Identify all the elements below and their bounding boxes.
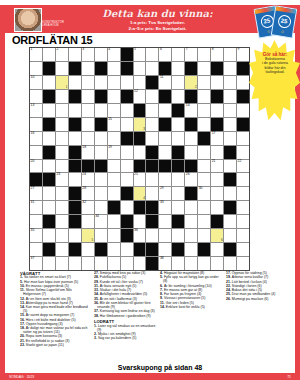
black-cell (198, 132, 210, 145)
white-cell[interactable] (198, 201, 210, 214)
white-cell[interactable]: 31 (30, 201, 42, 214)
white-cell[interactable] (108, 160, 120, 173)
black-cell (69, 187, 81, 200)
down-clues-part3: 17. Öppnas för vädring (5)19. Arbetar se… (226, 272, 290, 302)
white-cell[interactable] (108, 243, 120, 256)
white-cell[interactable] (95, 132, 107, 145)
clue-number: 32 (82, 201, 86, 205)
white-cell[interactable] (69, 48, 81, 61)
white-cell[interactable] (172, 173, 184, 186)
white-cell[interactable] (172, 76, 184, 89)
black-cell (69, 90, 81, 103)
white-cell[interactable] (211, 257, 223, 270)
white-cell[interactable] (211, 187, 223, 200)
clue-number: 18 (82, 146, 86, 150)
clue-number: 31 (31, 201, 35, 205)
white-cell[interactable]: 3 (82, 48, 94, 61)
white-cell[interactable] (198, 257, 210, 270)
white-cell[interactable]: 16 (30, 132, 42, 145)
white-cell[interactable] (237, 243, 249, 256)
clue-number: 21 (212, 160, 216, 164)
white-cell[interactable] (56, 215, 68, 228)
white-cell[interactable] (30, 146, 42, 159)
white-cell[interactable] (108, 215, 120, 228)
white-cell[interactable] (56, 146, 68, 159)
white-cell[interactable] (108, 187, 120, 200)
white-cell[interactable] (159, 146, 171, 159)
white-cell[interactable] (172, 62, 184, 75)
white-cell[interactable] (185, 146, 197, 159)
white-cell[interactable] (185, 132, 197, 145)
white-cell[interactable] (146, 187, 158, 200)
white-cell[interactable] (237, 146, 249, 159)
white-cell[interactable] (95, 146, 107, 159)
white-cell[interactable] (95, 201, 107, 214)
clue: 14. Enklare kost för enkla (5) (160, 306, 222, 310)
white-cell[interactable] (108, 132, 120, 145)
white-cell[interactable] (159, 132, 171, 145)
yellow-cell[interactable]: 2 (185, 76, 197, 89)
white-cell[interactable] (237, 215, 249, 228)
white-cell[interactable] (121, 173, 133, 186)
white-cell[interactable] (146, 90, 158, 103)
white-cell[interactable] (43, 257, 55, 270)
white-cell[interactable] (172, 257, 184, 270)
white-cell[interactable] (172, 132, 184, 145)
instructions-box: Gör så här: Bokstävernai de gula rutorna… (254, 52, 296, 75)
white-cell[interactable] (198, 173, 210, 186)
black-cell (224, 243, 236, 256)
white-cell[interactable]: 22 (237, 160, 249, 173)
white-cell[interactable] (95, 187, 107, 200)
white-cell[interactable] (237, 229, 249, 242)
clue-number: 10 (31, 76, 35, 80)
white-cell[interactable] (30, 243, 42, 256)
white-cell[interactable] (56, 132, 68, 145)
white-cell[interactable] (30, 118, 42, 131)
white-cell[interactable]: 17 (211, 132, 223, 145)
white-cell[interactable] (30, 90, 42, 103)
white-cell[interactable] (56, 160, 68, 173)
white-cell[interactable] (237, 76, 249, 89)
white-cell[interactable] (211, 173, 223, 186)
white-cell[interactable] (224, 90, 236, 103)
clue-number: 7 (186, 48, 188, 52)
clue: 38. Har filmkameror i garderoben (9) (94, 315, 156, 319)
white-cell[interactable]: 12 (134, 90, 146, 103)
white-cell[interactable] (108, 257, 120, 270)
white-cell[interactable] (159, 173, 171, 186)
white-cell[interactable] (43, 76, 55, 89)
white-cell[interactable] (56, 104, 68, 117)
white-cell[interactable] (185, 257, 197, 270)
clue-number: 8 (212, 48, 214, 52)
black-cell (172, 215, 184, 228)
white-cell[interactable]: 24 (82, 173, 94, 186)
black-cell (146, 243, 158, 256)
white-cell[interactable] (43, 132, 55, 145)
black-cell (121, 62, 133, 75)
clue-number: 15 (108, 118, 112, 122)
white-cell[interactable] (237, 104, 249, 117)
clue-number: 24 (82, 173, 86, 177)
black-cell (146, 215, 158, 228)
black-cell (211, 215, 223, 228)
white-cell[interactable] (159, 215, 171, 228)
black-cell (69, 243, 81, 256)
white-cell[interactable] (121, 201, 133, 214)
white-cell[interactable]: 23 (56, 173, 68, 186)
white-cell[interactable] (237, 132, 249, 145)
clue-number: 38 (160, 257, 164, 261)
white-cell[interactable] (121, 118, 133, 131)
clues-column-2: 27. Smörja med kniv på sidan (3)28. Fukt… (94, 272, 156, 366)
white-cell[interactable] (56, 201, 68, 214)
clue-number: 11 (160, 76, 164, 80)
black-cell (43, 173, 55, 186)
clue-number: 33 (160, 201, 164, 205)
white-cell[interactable]: 26 (185, 173, 197, 186)
white-cell[interactable] (198, 229, 210, 242)
white-cell[interactable] (146, 62, 158, 75)
white-cell[interactable] (69, 76, 81, 89)
white-cell[interactable] (198, 76, 210, 89)
page-number: 71 (287, 375, 291, 379)
white-cell[interactable] (211, 243, 223, 256)
page-bottom-bar (0, 373, 300, 380)
white-cell[interactable] (224, 118, 236, 131)
white-cell[interactable]: 38 (159, 257, 171, 270)
black-cell (69, 160, 81, 173)
white-cell[interactable] (82, 257, 94, 270)
white-cell[interactable] (95, 104, 107, 117)
black-cell (30, 173, 42, 186)
white-cell[interactable] (224, 48, 236, 61)
white-cell[interactable] (134, 215, 146, 228)
white-cell[interactable] (146, 104, 158, 117)
lottery-tickets: 25 ☼ 25 ☼ (253, 6, 299, 38)
clue: 23. Starkt gjort av japan (11) (20, 344, 90, 348)
white-cell[interactable] (43, 160, 55, 173)
white-cell[interactable] (82, 215, 94, 228)
across-clues-part2: 27. Smörja med kniv på sidan (3)28. Fukt… (94, 272, 156, 318)
white-cell[interactable]: 1 (30, 48, 42, 61)
black-cell (185, 118, 197, 131)
white-cell[interactable] (198, 146, 210, 159)
white-cell[interactable] (134, 76, 146, 89)
white-cell[interactable] (56, 187, 68, 200)
white-cell[interactable] (95, 173, 107, 186)
white-cell[interactable] (198, 215, 210, 228)
black-cell (134, 201, 146, 214)
clue-number: 20 (31, 160, 35, 164)
white-cell[interactable] (172, 90, 184, 103)
white-cell[interactable]: 36 (134, 229, 146, 242)
black-cell (134, 160, 146, 173)
clue-number: 17 (212, 132, 216, 136)
white-cell[interactable] (43, 48, 55, 61)
code-letter-index: 5 (92, 239, 94, 242)
yellow-cell[interactable]: 5 (82, 229, 94, 242)
white-cell[interactable] (172, 229, 184, 242)
white-cell[interactable]: 32 (82, 201, 94, 214)
white-cell[interactable]: 29 (159, 187, 171, 200)
black-cell (121, 229, 133, 242)
white-cell[interactable] (121, 104, 133, 117)
white-cell[interactable]: 34 (95, 215, 107, 228)
yellow-cell[interactable]: 4 (134, 187, 146, 200)
white-cell[interactable]: 8 (211, 48, 223, 61)
white-cell[interactable] (108, 90, 120, 103)
yellow-cell[interactable]: 1 (56, 76, 68, 89)
code-letter-index: 3 (143, 128, 145, 131)
white-cell[interactable] (56, 118, 68, 131)
white-cell[interactable] (108, 229, 120, 242)
clue-number: 37 (31, 257, 35, 261)
black-cell (172, 104, 184, 117)
constructor-photo (14, 8, 42, 32)
white-cell[interactable] (95, 257, 107, 270)
white-cell[interactable] (82, 62, 94, 75)
white-cell[interactable] (224, 257, 236, 270)
white-cell[interactable] (69, 257, 81, 270)
white-cell[interactable] (237, 257, 249, 270)
clue-number: 27 (31, 187, 35, 191)
white-cell[interactable] (224, 215, 236, 228)
white-cell[interactable]: 25 (134, 173, 146, 186)
white-cell[interactable] (146, 229, 158, 242)
white-cell[interactable] (134, 62, 146, 75)
white-cell[interactable] (121, 257, 133, 270)
white-cell[interactable] (224, 187, 236, 200)
white-cell[interactable] (198, 62, 210, 75)
white-cell[interactable] (172, 118, 184, 131)
white-cell[interactable] (146, 132, 158, 145)
white-cell[interactable] (56, 229, 68, 242)
crossword-grid[interactable]: 1234567891011121213141531617181920212223… (29, 47, 250, 271)
white-cell[interactable] (172, 48, 184, 61)
white-cell[interactable]: 2 (56, 48, 68, 61)
white-cell[interactable]: 33 (159, 201, 171, 214)
black-cell (69, 62, 81, 75)
white-cell[interactable] (198, 118, 210, 131)
black-cell (237, 90, 249, 103)
white-cell[interactable] (95, 76, 107, 89)
white-cell[interactable]: 13 (30, 104, 42, 117)
white-cell[interactable] (172, 187, 184, 200)
clues-column-4: 17. Öppnas för vädring (5)19. Arbetar se… (226, 272, 290, 366)
white-cell[interactable] (237, 173, 249, 186)
white-cell[interactable] (108, 173, 120, 186)
white-cell[interactable] (198, 104, 210, 117)
black-cell (159, 62, 171, 75)
clue-number: 5 (134, 48, 136, 52)
white-cell[interactable] (56, 90, 68, 103)
black-cell (172, 160, 184, 173)
white-cell[interactable] (185, 229, 197, 242)
white-cell[interactable] (43, 201, 55, 214)
black-cell (159, 90, 171, 103)
black-cell (95, 90, 107, 103)
white-cell[interactable] (224, 229, 236, 242)
code-letter-index: 2 (195, 86, 197, 89)
white-cell[interactable] (198, 48, 210, 61)
white-cell[interactable] (121, 76, 133, 89)
ticket-sun-icon: ☼ (272, 26, 293, 35)
black-cell (211, 62, 223, 75)
white-cell[interactable]: 35 (30, 229, 42, 242)
clue-number: 2 (56, 48, 58, 52)
white-cell[interactable] (211, 76, 223, 89)
white-cell[interactable]: 5 (134, 48, 146, 61)
white-cell[interactable]: 28 (82, 187, 94, 200)
black-cell (121, 48, 133, 61)
white-cell[interactable] (198, 160, 210, 173)
white-cell[interactable]: 19 (108, 146, 120, 159)
clue-number: 29 (160, 187, 164, 191)
clue-number: 3 (82, 48, 84, 52)
white-cell[interactable] (69, 132, 81, 145)
white-cell[interactable]: 30 (198, 187, 210, 200)
code-letter-index: 4 (143, 197, 145, 200)
white-cell[interactable]: 10 (30, 76, 42, 89)
white-cell[interactable]: 4 (108, 48, 120, 61)
across-clues-part1: 1. Så tänker en smart så klart (7)5. Hår… (20, 276, 90, 347)
page-border-left (0, 5, 5, 380)
white-cell[interactable] (185, 215, 197, 228)
black-cell (224, 201, 236, 214)
white-cell[interactable] (224, 160, 236, 173)
black-cell (121, 132, 133, 145)
black-cell (121, 215, 133, 228)
white-cell[interactable]: 15 (108, 118, 120, 131)
white-cell[interactable] (237, 201, 249, 214)
white-cell[interactable] (56, 257, 68, 270)
white-cell[interactable] (159, 104, 171, 117)
white-cell[interactable] (108, 62, 120, 75)
white-cell[interactable] (185, 201, 197, 214)
white-cell[interactable] (43, 229, 55, 242)
white-cell[interactable] (95, 48, 107, 61)
white-cell[interactable] (224, 76, 236, 89)
white-cell[interactable] (95, 229, 107, 242)
white-cell[interactable] (82, 90, 94, 103)
white-cell[interactable] (159, 243, 171, 256)
white-cell[interactable] (224, 132, 236, 145)
white-cell[interactable] (121, 160, 133, 173)
white-cell[interactable] (134, 146, 146, 159)
white-cell[interactable] (211, 104, 223, 117)
white-cell[interactable] (82, 132, 94, 145)
yellow-cell[interactable]: 3 (134, 118, 146, 131)
photo-caption: KONSTRUKTÖR LENA HOLM (42, 21, 64, 27)
white-cell[interactable] (43, 187, 55, 200)
white-cell[interactable]: 20 (30, 160, 42, 173)
white-cell[interactable] (82, 243, 94, 256)
white-cell[interactable] (146, 48, 158, 61)
clue: 5. Fylls upp så att fartyg kan gå under … (160, 276, 222, 284)
white-cell[interactable]: 9 (237, 48, 249, 61)
black-cell (185, 90, 197, 103)
white-cell[interactable] (56, 243, 68, 256)
white-cell[interactable] (198, 90, 210, 103)
white-cell[interactable] (185, 243, 197, 256)
yellow-cell[interactable]: 6 (211, 229, 223, 242)
white-cell[interactable] (69, 173, 81, 186)
white-cell[interactable] (211, 201, 223, 214)
clue-number: 9 (238, 48, 240, 52)
white-cell[interactable] (82, 76, 94, 89)
white-cell[interactable] (121, 243, 133, 256)
white-cell[interactable] (108, 76, 120, 89)
white-cell[interactable]: 6 (159, 48, 171, 61)
black-cell (43, 215, 55, 228)
clues-column-3: 4. Högväxt för majestätet (8)5. Fylls up… (160, 272, 222, 366)
black-cell (185, 187, 197, 200)
black-cell (95, 62, 107, 75)
white-cell[interactable] (69, 104, 81, 117)
white-cell[interactable] (224, 104, 236, 117)
black-cell (146, 160, 158, 173)
black-cell (198, 243, 210, 256)
white-cell[interactable] (56, 62, 68, 75)
white-cell[interactable] (146, 118, 158, 131)
black-cell (185, 160, 197, 173)
white-cell[interactable]: 37 (30, 257, 42, 270)
black-cell (121, 90, 133, 103)
white-cell[interactable]: 27 (30, 187, 42, 200)
white-cell[interactable] (224, 62, 236, 75)
white-cell[interactable] (121, 146, 133, 159)
white-cell[interactable] (108, 104, 120, 117)
black-cell (185, 62, 197, 75)
white-cell[interactable] (69, 229, 81, 242)
clue-number: 12 (134, 90, 138, 94)
white-cell[interactable] (172, 201, 184, 214)
white-cell[interactable] (82, 104, 94, 117)
puzzle-title: ORDFLÄTAN 15 (12, 34, 93, 46)
white-cell[interactable] (30, 215, 42, 228)
black-cell (95, 160, 107, 173)
white-cell[interactable]: 14 (185, 104, 197, 117)
black-cell (134, 132, 146, 145)
clue-number: 36 (134, 229, 138, 233)
win-headline: Detta kan du vinna: (100, 8, 215, 19)
white-cell[interactable] (211, 146, 223, 159)
clue-number: 13 (31, 104, 35, 108)
white-cell[interactable]: 18 (82, 146, 94, 159)
edition-label: SÖNDAG · 2023 (9, 375, 34, 379)
white-cell[interactable] (146, 173, 158, 186)
clue-number: 16 (31, 132, 35, 136)
clue: 26. Mumsigt på mackan (6) (226, 298, 290, 302)
white-cell[interactable]: 11 (159, 76, 171, 89)
black-cell (43, 90, 55, 103)
black-cell (211, 90, 223, 103)
prize-line-2: 2:a–5:e pris: En Sverigelott. (100, 26, 215, 31)
white-cell[interactable] (159, 229, 171, 242)
white-cell[interactable]: 21 (211, 160, 223, 173)
black-cell (172, 146, 184, 159)
white-cell[interactable] (82, 118, 94, 131)
white-cell[interactable] (134, 257, 146, 270)
white-cell[interactable]: 7 (185, 48, 197, 61)
answer-coupon-note: Svarskupong på sidan 48 (60, 364, 260, 371)
white-cell[interactable] (30, 62, 42, 75)
white-cell[interactable] (237, 187, 249, 200)
white-cell[interactable] (43, 104, 55, 117)
black-cell (134, 104, 146, 117)
